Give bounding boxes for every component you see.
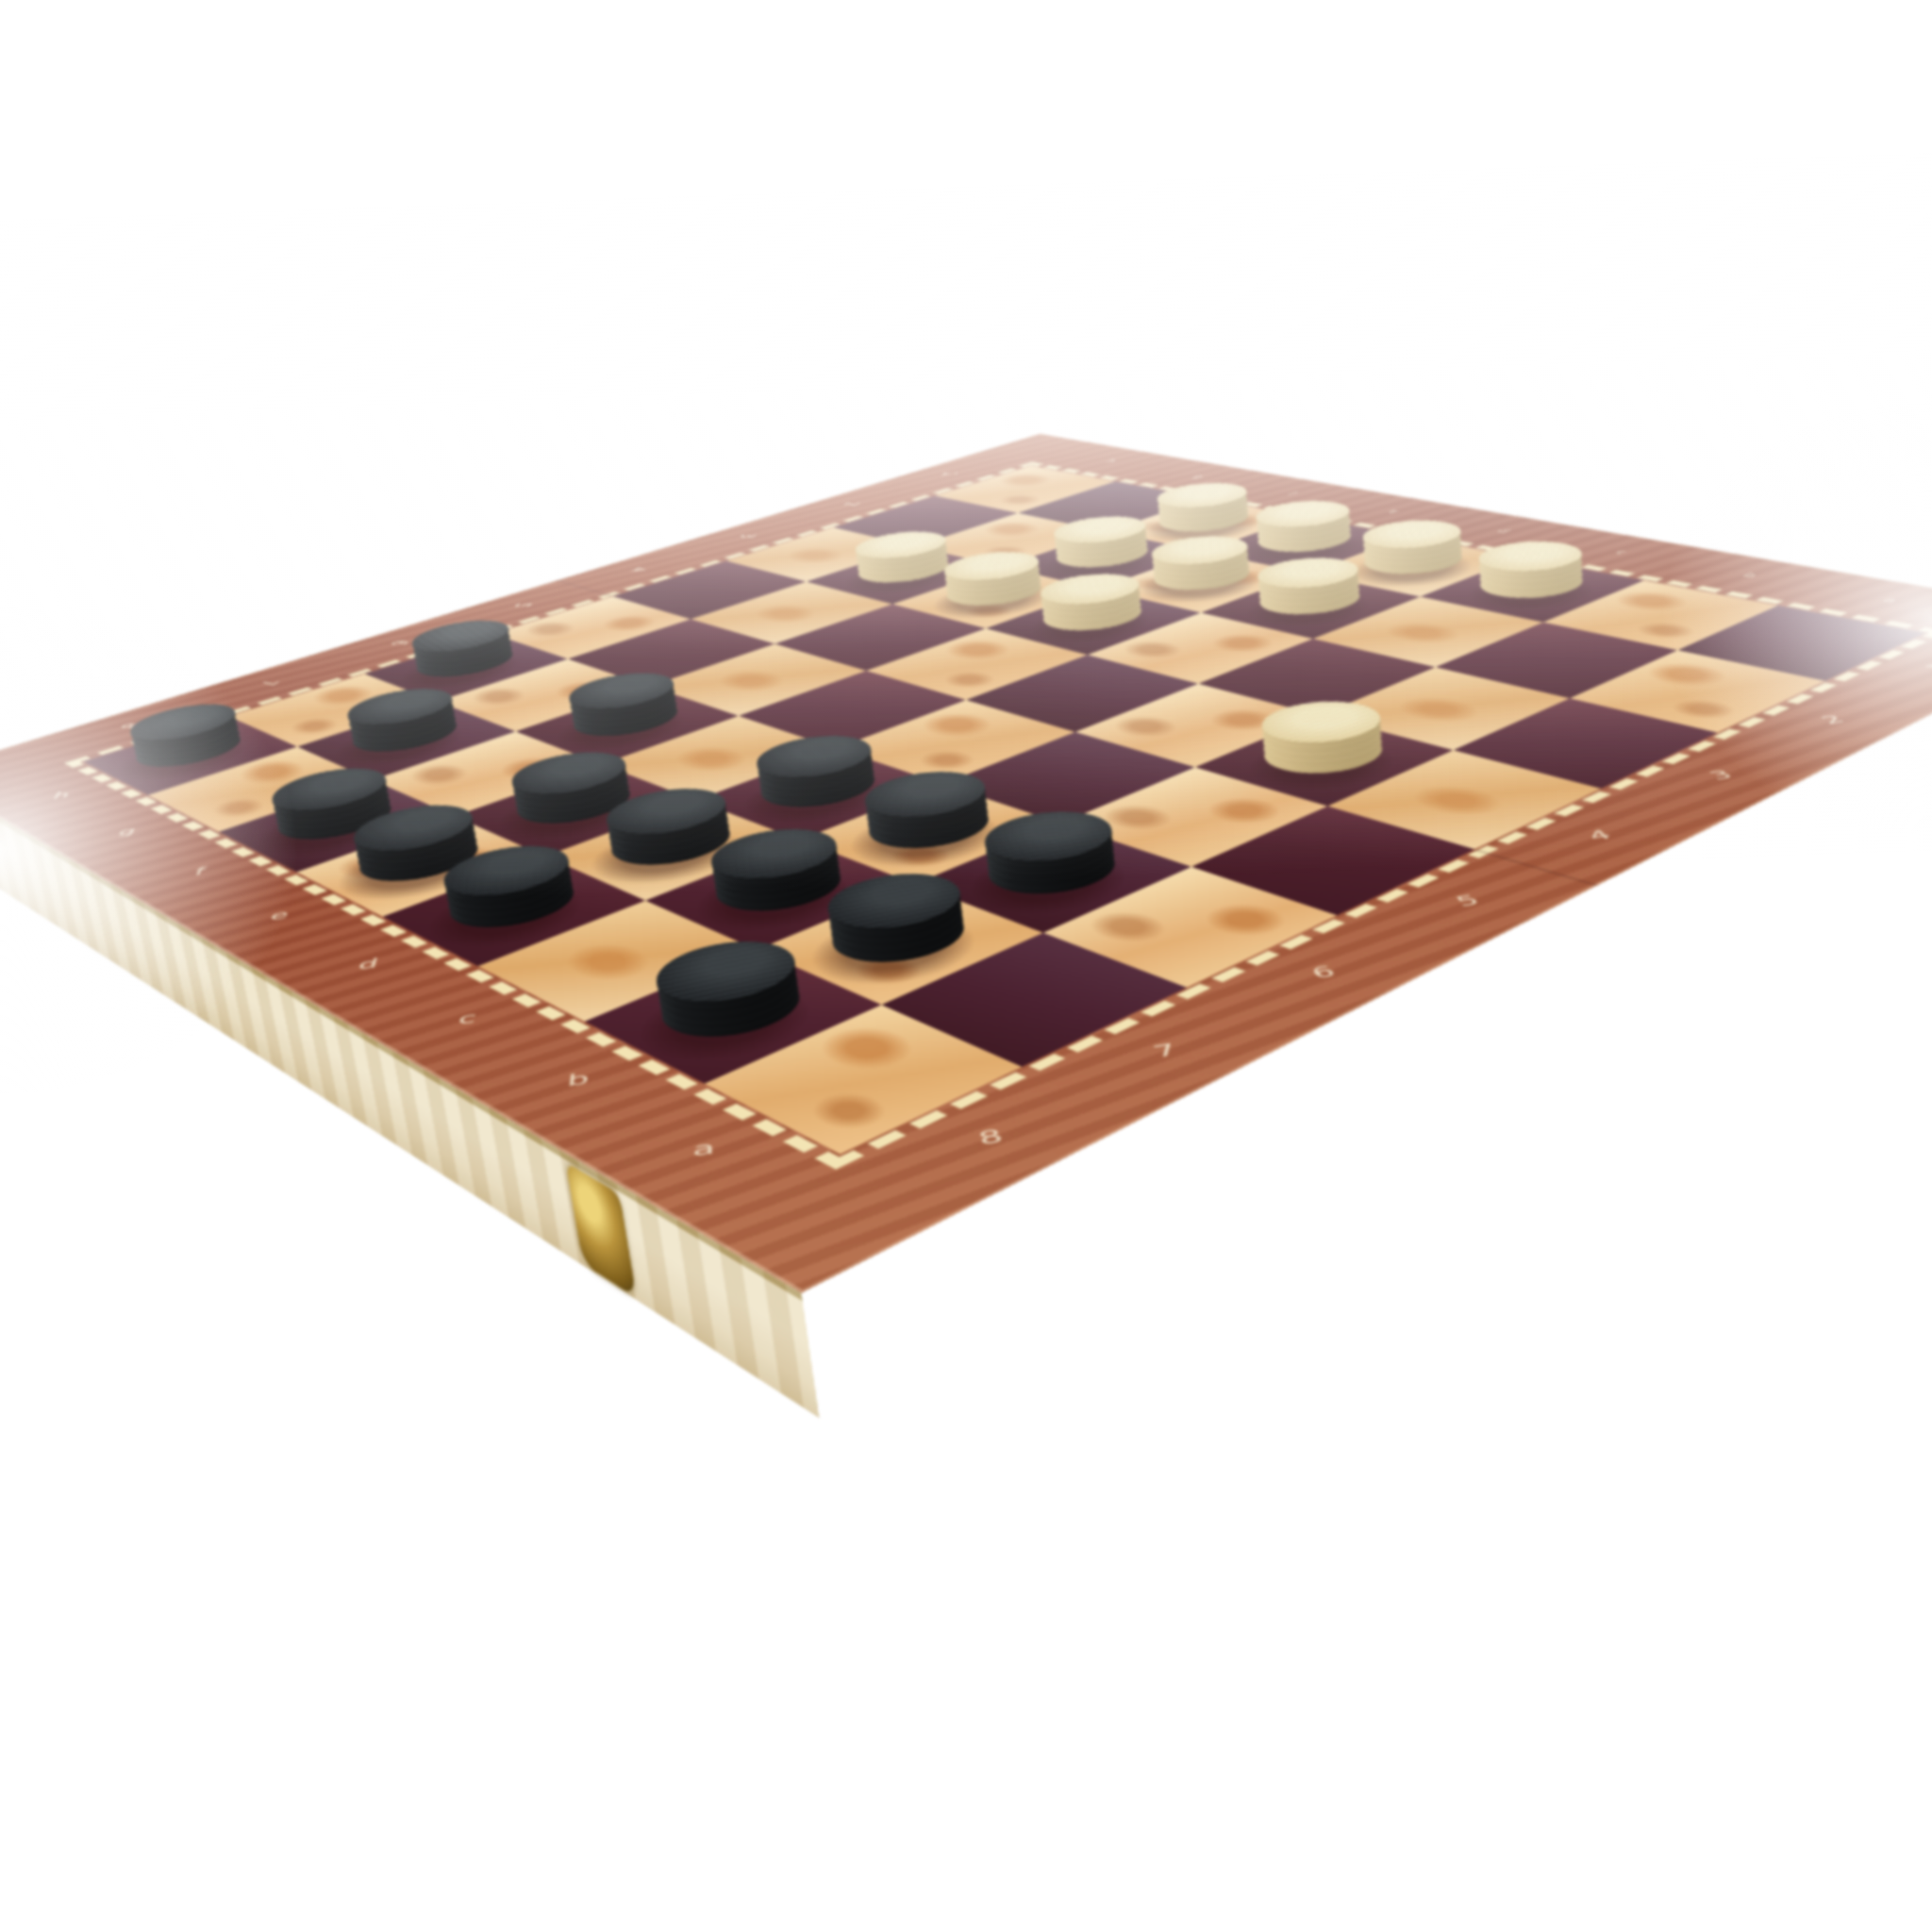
near-file-label-c: c: [457, 1010, 477, 1026]
near-rank-label-3: 3: [736, 534, 759, 538]
piece-white-b4[interactable]: [1241, 730, 1407, 789]
far-rank-label-5: 5: [1452, 892, 1483, 908]
far-rank-label-2: 2: [1817, 713, 1847, 724]
near-file-label-d: d: [357, 957, 380, 972]
far-rank-label-1: 1: [1921, 663, 1932, 674]
near-rank-label-6: 6: [387, 641, 413, 645]
far-rank-label-3: 3: [1706, 769, 1737, 782]
far-file-label-a: a: [1878, 596, 1903, 605]
far-file-label-g: g: [1189, 474, 1209, 479]
product-photo-scene: hh11gg22ff33ee44dd55cc66bb77aa88: [0, 0, 1932, 1932]
far-rank-label-7: 7: [1150, 1041, 1180, 1059]
near-rank-label-7: 7: [256, 680, 283, 686]
near-file-label-a: a: [692, 1139, 715, 1159]
far-file-label-b: b: [1738, 571, 1762, 579]
far-file-label-e: e: [1383, 508, 1405, 515]
near-file-label-g: g: [116, 825, 139, 837]
near-rank-label-4: 4: [626, 568, 651, 572]
near-file-label-f: f: [192, 865, 208, 876]
far-file-label-f: f: [1284, 491, 1303, 496]
far-file-label-c: c: [1610, 548, 1633, 556]
checkers-board: hh11gg22ff33ee44dd55cc66bb77aa88: [0, 434, 1932, 1293]
far-rank-label-4: 4: [1584, 828, 1615, 842]
piece-black-b8[interactable]: [637, 972, 828, 1058]
far-file-label-h: h: [1102, 458, 1123, 464]
near-file-label-b: b: [566, 1070, 590, 1088]
near-rank-label-5: 5: [510, 603, 536, 608]
far-rank-label-8: 8: [975, 1126, 1006, 1147]
far-file-label-d: d: [1492, 527, 1515, 535]
near-file-label-e: e: [269, 908, 291, 923]
piece-black-b6[interactable]: [964, 841, 1142, 912]
piece-black-d8[interactable]: [428, 874, 598, 945]
near-rank-label-1: 1: [939, 473, 961, 476]
board-top-face: hh11gg22ff33ee44dd55cc66bb77aa88: [0, 434, 1932, 1293]
piece-black-b7[interactable]: [808, 904, 991, 981]
far-rank-label-6: 6: [1307, 963, 1339, 980]
near-rank-label-2: 2: [841, 502, 863, 506]
near-file-label-h: h: [51, 790, 73, 801]
